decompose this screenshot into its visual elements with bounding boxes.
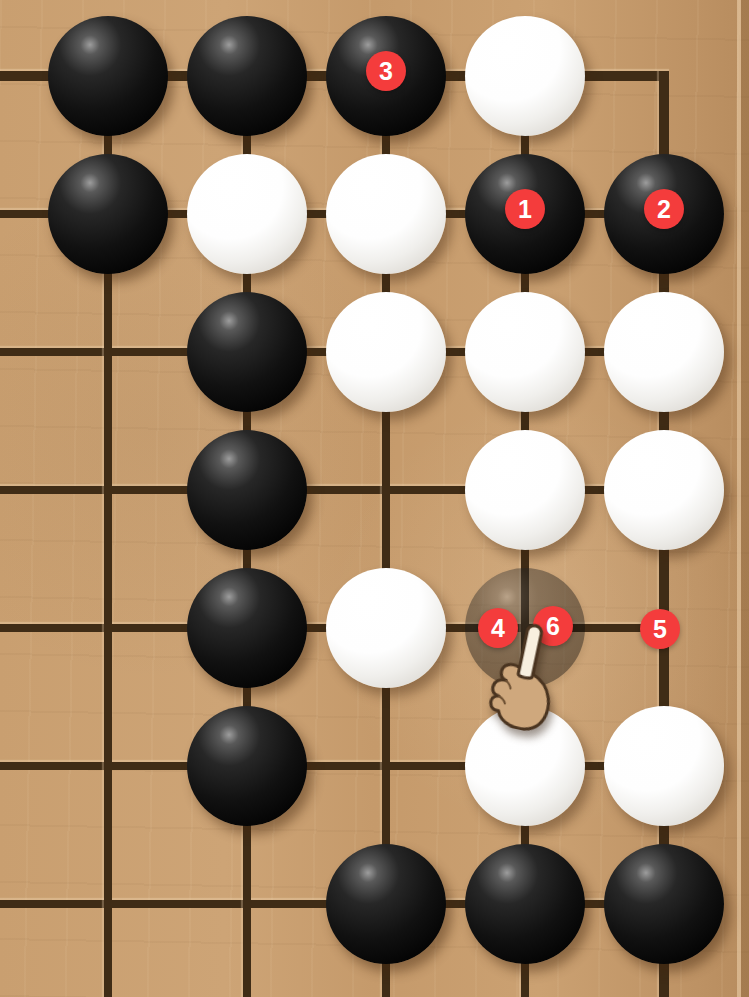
black-stone — [187, 568, 307, 688]
white-stone — [326, 154, 446, 274]
go-board-crop: Zoomed crop of the top-right corner of a… — [0, 0, 749, 997]
move-badge-1: 1 — [505, 189, 545, 229]
white-stone — [326, 568, 446, 688]
white-stone — [465, 430, 585, 550]
black-stone — [187, 706, 307, 826]
black-stone — [187, 292, 307, 412]
white-stone — [465, 292, 585, 412]
black-stone — [48, 16, 168, 136]
white-stone — [604, 430, 724, 550]
white-stone — [604, 292, 724, 412]
black-stone — [604, 844, 724, 964]
white-stone — [465, 16, 585, 136]
goban[interactable]: 123456 — [0, 0, 749, 997]
black-stone — [187, 16, 307, 136]
black-stone — [187, 430, 307, 550]
white-stone — [187, 154, 307, 274]
black-stone — [326, 844, 446, 964]
white-stone — [326, 292, 446, 412]
black-stone — [465, 844, 585, 964]
move-badge-5: 5 — [640, 609, 680, 649]
cursor-index-finger — [518, 624, 543, 679]
black-stone — [48, 154, 168, 274]
white-stone — [604, 706, 724, 826]
move-badge-3: 3 — [366, 51, 406, 91]
move-badge-2: 2 — [644, 189, 684, 229]
